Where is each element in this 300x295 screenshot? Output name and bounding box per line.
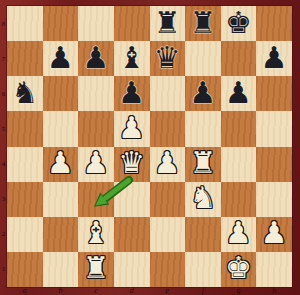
rank-label-7: 7 — [0, 41, 7, 76]
square-c3[interactable] — [78, 182, 114, 217]
square-g2[interactable]: ♟ — [221, 217, 257, 252]
black-pawn-b7: ♟ — [47, 43, 74, 73]
square-a1[interactable] — [7, 252, 43, 287]
square-g8[interactable]: ♚ — [221, 6, 257, 41]
file-label-f: f — [185, 286, 221, 295]
square-g6[interactable]: ♟ — [221, 76, 257, 111]
square-b6[interactable] — [43, 76, 79, 111]
black-pawn-h7: ♟ — [261, 43, 288, 73]
file-label-c: c — [78, 286, 114, 295]
square-c1[interactable]: ♜ — [78, 252, 114, 287]
square-e6[interactable] — [150, 76, 186, 111]
square-b7[interactable]: ♟ — [43, 41, 79, 76]
square-h5[interactable] — [256, 111, 292, 146]
square-d6[interactable]: ♟ — [114, 76, 150, 111]
square-a2[interactable] — [7, 217, 43, 252]
square-c2[interactable]: ♝ — [78, 217, 114, 252]
square-g5[interactable] — [221, 111, 257, 146]
white-rook-c1: ♜ — [83, 253, 110, 283]
square-a7[interactable] — [7, 41, 43, 76]
square-h2[interactable]: ♟ — [256, 217, 292, 252]
file-label-g: g — [221, 286, 257, 295]
square-b2[interactable] — [43, 217, 79, 252]
rank-label-4: 4 — [0, 147, 7, 182]
square-a5[interactable] — [7, 111, 43, 146]
square-g1[interactable]: ♚ — [221, 252, 257, 287]
square-g3[interactable] — [221, 182, 257, 217]
square-c8[interactable] — [78, 6, 114, 41]
square-f6[interactable]: ♟ — [185, 76, 221, 111]
black-pawn-f6: ♟ — [189, 78, 216, 108]
square-d1[interactable] — [114, 252, 150, 287]
square-h3[interactable] — [256, 182, 292, 217]
square-c6[interactable] — [78, 76, 114, 111]
black-knight-a6: ♞ — [11, 78, 38, 108]
file-label-d: d — [114, 286, 150, 295]
white-queen-d4: ♛ — [118, 148, 145, 178]
square-d8[interactable] — [114, 6, 150, 41]
square-f3[interactable]: ♞ — [185, 182, 221, 217]
square-a6[interactable]: ♞ — [7, 76, 43, 111]
black-queen-e7: ♛ — [154, 43, 181, 73]
square-b5[interactable] — [43, 111, 79, 146]
rank-label-8: 8 — [0, 6, 7, 41]
white-pawn-h2: ♟ — [261, 218, 288, 248]
black-rook-e8: ♜ — [154, 8, 181, 38]
file-label-e: e — [150, 286, 186, 295]
chess-board: ♜♜♚♟♟♝♛♟♞♟♟♟♟♟♟♛♟♜♞♝♟♟♜♚ — [7, 6, 292, 287]
square-h8[interactable] — [256, 6, 292, 41]
square-c4[interactable]: ♟ — [78, 147, 114, 182]
square-h6[interactable] — [256, 76, 292, 111]
square-a8[interactable] — [7, 6, 43, 41]
white-bishop-c2: ♝ — [83, 218, 110, 248]
square-d7[interactable]: ♝ — [114, 41, 150, 76]
square-a3[interactable] — [7, 182, 43, 217]
square-f4[interactable]: ♜ — [185, 147, 221, 182]
black-pawn-d6: ♟ — [118, 78, 145, 108]
square-e7[interactable]: ♛ — [150, 41, 186, 76]
black-bishop-d7: ♝ — [118, 43, 145, 73]
square-a4[interactable] — [7, 147, 43, 182]
square-f8[interactable]: ♜ — [185, 6, 221, 41]
rank-label-6: 6 — [0, 76, 7, 111]
white-pawn-c4: ♟ — [83, 148, 110, 178]
file-label-b: b — [43, 286, 79, 295]
white-pawn-d5: ♟ — [118, 113, 145, 143]
rank-labels: 87654321 — [0, 6, 7, 287]
black-pawn-g6: ♟ — [225, 78, 252, 108]
square-b8[interactable] — [43, 6, 79, 41]
square-e3[interactable] — [150, 182, 186, 217]
white-pawn-b4: ♟ — [47, 148, 74, 178]
square-b4[interactable]: ♟ — [43, 147, 79, 182]
black-pawn-c7: ♟ — [83, 43, 110, 73]
square-d5[interactable]: ♟ — [114, 111, 150, 146]
square-g7[interactable] — [221, 41, 257, 76]
file-label-a: a — [7, 286, 43, 295]
rank-label-2: 2 — [0, 217, 7, 252]
square-f5[interactable] — [185, 111, 221, 146]
white-rook-f4: ♜ — [189, 148, 216, 178]
square-h4[interactable] — [256, 147, 292, 182]
square-e2[interactable] — [150, 217, 186, 252]
square-d3[interactable] — [114, 182, 150, 217]
square-d2[interactable] — [114, 217, 150, 252]
rank-label-3: 3 — [0, 182, 7, 217]
file-label-h: h — [256, 286, 292, 295]
square-f2[interactable] — [185, 217, 221, 252]
square-f7[interactable] — [185, 41, 221, 76]
square-h7[interactable]: ♟ — [256, 41, 292, 76]
white-pawn-g2: ♟ — [225, 218, 252, 248]
square-b3[interactable] — [43, 182, 79, 217]
square-g4[interactable] — [221, 147, 257, 182]
white-pawn-e4: ♟ — [154, 148, 181, 178]
rank-label-1: 1 — [0, 252, 7, 287]
file-labels: abcdefgh — [7, 286, 292, 295]
square-b1[interactable] — [43, 252, 79, 287]
black-rook-f8: ♜ — [189, 8, 216, 38]
chess-board-frame: 87654321 ♜♜♚♟♟♝♛♟♞♟♟♟♟♟♟♛♟♜♞♝♟♟♜♚ abcdef… — [0, 0, 300, 295]
square-e1[interactable] — [150, 252, 186, 287]
black-king-g8: ♚ — [225, 8, 252, 38]
square-e5[interactable] — [150, 111, 186, 146]
white-king-g1: ♚ — [225, 253, 252, 283]
square-d4[interactable]: ♛ — [114, 147, 150, 182]
square-c7[interactable]: ♟ — [78, 41, 114, 76]
white-knight-f3: ♞ — [189, 183, 216, 213]
rank-label-5: 5 — [0, 111, 7, 146]
square-e4[interactable]: ♟ — [150, 147, 186, 182]
square-f1[interactable] — [185, 252, 221, 287]
square-c5[interactable] — [78, 111, 114, 146]
square-h1[interactable] — [256, 252, 292, 287]
square-e8[interactable]: ♜ — [150, 6, 186, 41]
